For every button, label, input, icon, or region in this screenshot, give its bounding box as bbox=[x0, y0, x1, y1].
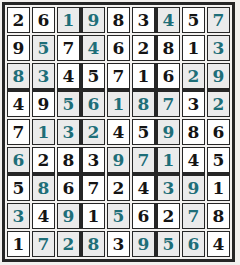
cell-r8c9[interactable]: 8 bbox=[207, 203, 230, 229]
cell-r4c8[interactable]: 3 bbox=[182, 91, 205, 117]
cell-r8c4[interactable]: 1 bbox=[82, 203, 105, 229]
cell-r6c4[interactable]: 3 bbox=[82, 147, 105, 173]
cell-r8c7[interactable]: 2 bbox=[157, 203, 180, 229]
cell-r2c4[interactable]: 4 bbox=[82, 35, 105, 61]
cell-r1c4[interactable]: 9 bbox=[82, 7, 105, 33]
cell-r2c6[interactable]: 2 bbox=[132, 35, 155, 61]
cell-r7c3[interactable]: 6 bbox=[57, 175, 80, 201]
cell-r9c7[interactable]: 5 bbox=[157, 231, 180, 257]
cell-r9c4[interactable]: 8 bbox=[82, 231, 105, 257]
cell-r3c4[interactable]: 5 bbox=[82, 63, 105, 89]
cell-r5c9[interactable]: 6 bbox=[207, 119, 230, 145]
cell-r2c5[interactable]: 6 bbox=[107, 35, 130, 61]
cell-r3c2[interactable]: 3 bbox=[32, 63, 55, 89]
cell-r7c8[interactable]: 9 bbox=[182, 175, 205, 201]
cell-r7c6[interactable]: 4 bbox=[132, 175, 155, 201]
cell-r2c9[interactable]: 3 bbox=[207, 35, 230, 61]
cell-r3c1[interactable]: 8 bbox=[7, 63, 30, 89]
cell-r3c8[interactable]: 2 bbox=[182, 63, 205, 89]
cell-r7c1[interactable]: 5 bbox=[7, 175, 30, 201]
cell-r6c3[interactable]: 8 bbox=[57, 147, 80, 173]
cell-r3c9[interactable]: 9 bbox=[207, 63, 230, 89]
cell-r5c2[interactable]: 1 bbox=[32, 119, 55, 145]
cell-r5c4[interactable]: 2 bbox=[82, 119, 105, 145]
cell-r5c8[interactable]: 8 bbox=[182, 119, 205, 145]
cell-r3c3[interactable]: 4 bbox=[57, 63, 80, 89]
cell-r7c5[interactable]: 2 bbox=[107, 175, 130, 201]
cell-r1c5[interactable]: 8 bbox=[107, 7, 130, 33]
cell-r2c7[interactable]: 8 bbox=[157, 35, 180, 61]
cell-r1c1[interactable]: 2 bbox=[7, 7, 30, 33]
cell-r6c8[interactable]: 4 bbox=[182, 147, 205, 173]
cell-r5c5[interactable]: 4 bbox=[107, 119, 130, 145]
cell-r6c5[interactable]: 9 bbox=[107, 147, 130, 173]
cell-r5c3[interactable]: 3 bbox=[57, 119, 80, 145]
cell-r2c1[interactable]: 9 bbox=[7, 35, 30, 61]
cell-r9c5[interactable]: 3 bbox=[107, 231, 130, 257]
cell-r1c9[interactable]: 7 bbox=[207, 7, 230, 33]
cell-r8c3[interactable]: 9 bbox=[57, 203, 80, 229]
cell-r1c2[interactable]: 6 bbox=[32, 7, 55, 33]
cell-r1c8[interactable]: 5 bbox=[182, 7, 205, 33]
cell-r7c2[interactable]: 8 bbox=[32, 175, 55, 201]
cell-r7c4[interactable]: 7 bbox=[82, 175, 105, 201]
cell-r2c3[interactable]: 7 bbox=[57, 35, 80, 61]
cell-r3c7[interactable]: 6 bbox=[157, 63, 180, 89]
cell-r5c1[interactable]: 7 bbox=[7, 119, 30, 145]
cell-r4c6[interactable]: 8 bbox=[132, 91, 155, 117]
cell-r4c1[interactable]: 4 bbox=[7, 91, 30, 117]
cell-r9c8[interactable]: 6 bbox=[182, 231, 205, 257]
cell-r1c7[interactable]: 4 bbox=[157, 7, 180, 33]
cell-r3c6[interactable]: 1 bbox=[132, 63, 155, 89]
cell-r2c8[interactable]: 1 bbox=[182, 35, 205, 61]
cell-r8c2[interactable]: 4 bbox=[32, 203, 55, 229]
cell-r9c2[interactable]: 7 bbox=[32, 231, 55, 257]
cell-r1c6[interactable]: 3 bbox=[132, 7, 155, 33]
cell-r4c9[interactable]: 2 bbox=[207, 91, 230, 117]
cell-r7c9[interactable]: 1 bbox=[207, 175, 230, 201]
cell-r4c3[interactable]: 5 bbox=[57, 91, 80, 117]
cell-r5c7[interactable]: 9 bbox=[157, 119, 180, 145]
cell-r7c7[interactable]: 3 bbox=[157, 175, 180, 201]
cell-r6c2[interactable]: 2 bbox=[32, 147, 55, 173]
cell-r4c7[interactable]: 7 bbox=[157, 91, 180, 117]
cell-r1c3[interactable]: 1 bbox=[57, 7, 80, 33]
cell-r9c9[interactable]: 4 bbox=[207, 231, 230, 257]
cell-r2c2[interactable]: 5 bbox=[32, 35, 55, 61]
cell-r9c3[interactable]: 2 bbox=[57, 231, 80, 257]
cell-r9c6[interactable]: 9 bbox=[132, 231, 155, 257]
cell-r8c8[interactable]: 7 bbox=[182, 203, 205, 229]
cell-r6c6[interactable]: 7 bbox=[132, 147, 155, 173]
cell-r4c4[interactable]: 6 bbox=[82, 91, 105, 117]
cell-r5c6[interactable]: 5 bbox=[132, 119, 155, 145]
cell-r8c5[interactable]: 5 bbox=[107, 203, 130, 229]
cell-r4c2[interactable]: 9 bbox=[32, 91, 55, 117]
cell-r6c9[interactable]: 5 bbox=[207, 147, 230, 173]
cell-r3c5[interactable]: 7 bbox=[107, 63, 130, 89]
cell-r6c7[interactable]: 1 bbox=[157, 147, 180, 173]
cell-r6c1[interactable]: 6 bbox=[7, 147, 30, 173]
sudoku-board: 2619834579574628138345716294956187327132… bbox=[2, 2, 235, 262]
cell-r8c1[interactable]: 3 bbox=[7, 203, 30, 229]
cell-r4c5[interactable]: 1 bbox=[107, 91, 130, 117]
cell-r9c1[interactable]: 1 bbox=[7, 231, 30, 257]
cell-r8c6[interactable]: 6 bbox=[132, 203, 155, 229]
